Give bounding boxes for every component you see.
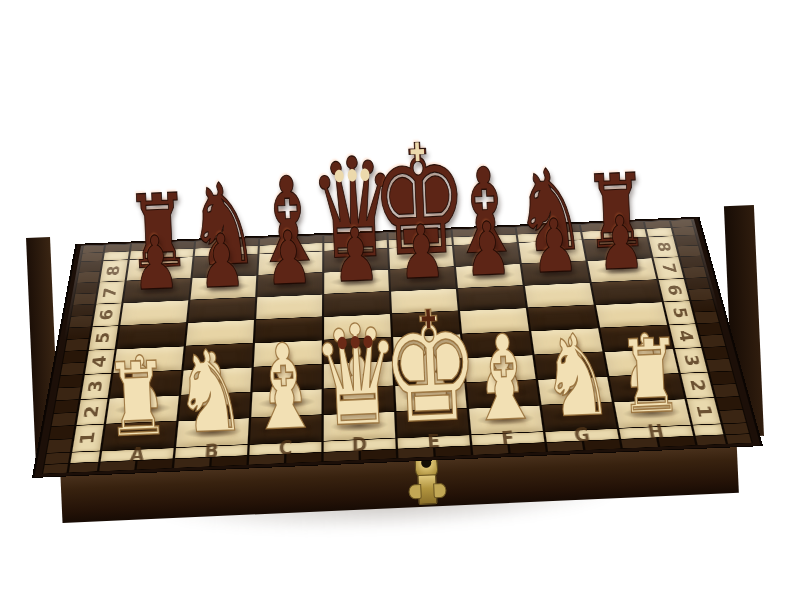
square-e4[interactable] xyxy=(392,334,463,361)
square-b6[interactable] xyxy=(187,297,256,323)
square-a6[interactable] xyxy=(119,300,189,326)
square-c5[interactable] xyxy=(254,317,323,343)
coordinate-label: 6 xyxy=(664,284,684,296)
piece-contact-shadow xyxy=(463,270,516,282)
square-d3[interactable] xyxy=(323,361,394,389)
piece-contact-shadow xyxy=(396,251,447,262)
square-g7[interactable] xyxy=(521,261,591,286)
coordinate-label: 8 xyxy=(654,241,673,252)
rank-label-left-1: 1 xyxy=(71,424,105,452)
square-e5[interactable] xyxy=(391,311,461,337)
square-a4[interactable] xyxy=(112,346,185,373)
frame-edge-cell xyxy=(694,435,727,446)
square-h2[interactable] xyxy=(608,373,685,402)
square-e8[interactable] xyxy=(388,245,455,269)
rank-label-left-3: 3 xyxy=(80,373,113,399)
square-e7[interactable] xyxy=(389,267,457,292)
square-h7[interactable] xyxy=(587,258,658,283)
coordinate-label: 3 xyxy=(86,380,106,393)
frame-edge-cell xyxy=(322,449,397,462)
frame-edge-cell xyxy=(68,462,100,473)
square-c2[interactable] xyxy=(250,389,323,418)
square-f8[interactable] xyxy=(453,243,521,267)
square-e3[interactable] xyxy=(393,358,465,386)
square-h4[interactable] xyxy=(599,325,674,352)
piece-contact-shadow xyxy=(331,419,388,433)
square-g3[interactable] xyxy=(533,352,608,380)
square-b7[interactable] xyxy=(189,275,257,300)
coordinate-label: 6 xyxy=(98,309,117,321)
piece-contact-shadow xyxy=(200,260,251,271)
rank-label-left-8: 8 xyxy=(99,260,129,282)
square-a5[interactable] xyxy=(116,323,187,349)
frame-edge-cell xyxy=(709,371,740,397)
frame-edge-cell xyxy=(248,452,323,465)
square-b2[interactable] xyxy=(177,392,251,421)
piece-contact-shadow xyxy=(526,246,578,257)
square-h3[interactable] xyxy=(604,349,680,377)
square-f7[interactable] xyxy=(455,264,524,289)
piece-contact-shadow xyxy=(331,254,382,265)
piece-contact-shadow xyxy=(184,425,242,439)
piece-contact-shadow xyxy=(114,402,171,415)
piece-contact-shadow xyxy=(404,416,462,430)
square-d8[interactable] xyxy=(323,248,389,272)
square-d5[interactable] xyxy=(323,314,392,340)
rank-label-left-5: 5 xyxy=(88,326,119,351)
square-g6[interactable] xyxy=(524,282,595,307)
square-h5[interactable] xyxy=(595,302,668,328)
coordinate-label: 7 xyxy=(659,262,678,273)
coordinate-label: 2 xyxy=(687,379,708,392)
piece-contact-shadow xyxy=(550,409,609,423)
coordinate-label: 3 xyxy=(681,354,702,367)
piece-contact-shadow xyxy=(110,428,168,442)
square-d4[interactable] xyxy=(323,337,393,364)
square-d6[interactable] xyxy=(323,291,391,316)
piece-contact-shadow xyxy=(131,284,184,296)
piece-contact-shadow xyxy=(618,380,676,393)
piece-contact-shadow xyxy=(197,281,249,293)
square-c7[interactable] xyxy=(256,272,323,297)
square-c4[interactable] xyxy=(253,340,323,367)
square-g5[interactable] xyxy=(527,305,599,331)
piece-contact-shadow xyxy=(461,249,513,260)
square-b3[interactable] xyxy=(180,367,253,395)
rank-label-left-6: 6 xyxy=(92,303,123,327)
frame-edge-cell xyxy=(685,277,714,300)
frame-edge-cell xyxy=(715,396,747,423)
coordinate-label: 1 xyxy=(693,404,714,418)
square-a3[interactable] xyxy=(109,370,183,398)
chess-set: ABCDEFGH8877665544332211ABCDEFGH xyxy=(80,25,704,600)
frame-edge-cell xyxy=(679,256,708,279)
piece-contact-shadow xyxy=(595,264,648,275)
piece-contact-shadow xyxy=(134,263,186,274)
frame-edge-cell xyxy=(471,443,547,456)
square-c6[interactable] xyxy=(255,294,323,320)
square-h8[interactable] xyxy=(583,237,653,261)
chess-board-grid: ABCDEFGH8877665544332211ABCDEFGH xyxy=(32,217,763,478)
piece-contact-shadow xyxy=(591,243,644,254)
square-d2[interactable] xyxy=(323,386,396,415)
coordinate-label: 8 xyxy=(105,265,123,276)
square-f2[interactable] xyxy=(466,380,541,409)
coordinate-label: 1 xyxy=(78,431,98,445)
frame-edge-cell xyxy=(702,346,733,372)
piece-contact-shadow xyxy=(477,412,535,426)
scene-photo: ABCDEFGH8877665544332211ABCDEFGH ♜♞♝♛●●●… xyxy=(0,0,800,600)
square-d7[interactable] xyxy=(323,269,390,294)
frame-edge-cell xyxy=(42,463,69,474)
square-e6[interactable] xyxy=(390,288,459,313)
piece-contact-shadow xyxy=(259,396,315,409)
square-f4[interactable] xyxy=(461,331,533,358)
piece-contact-shadow xyxy=(331,276,383,288)
rank-label-left-2: 2 xyxy=(75,398,108,425)
piece-contact-shadow xyxy=(546,384,604,397)
rank-label-left-7: 7 xyxy=(95,281,125,304)
piece-contact-shadow xyxy=(186,399,243,412)
piece-contact-shadow xyxy=(623,406,682,420)
square-c8[interactable] xyxy=(257,251,323,275)
frame-edge-cell xyxy=(620,436,697,449)
rank-label-left-4: 4 xyxy=(84,349,116,374)
square-f3[interactable] xyxy=(463,355,537,383)
square-h6[interactable] xyxy=(591,280,663,305)
square-f5[interactable] xyxy=(459,308,530,334)
frame-edge-cell xyxy=(173,456,248,469)
square-g2[interactable] xyxy=(537,376,613,405)
piece-contact-shadow xyxy=(331,393,387,406)
frame-edge-cell xyxy=(696,323,726,348)
piece-contact-shadow xyxy=(402,390,459,403)
piece-contact-shadow xyxy=(264,278,316,290)
piece-contact-shadow xyxy=(529,267,582,278)
frame-edge-cell xyxy=(690,300,720,324)
frame-edge-cell xyxy=(725,434,753,445)
coordinate-label: 4 xyxy=(90,355,109,368)
frame-edge-cell xyxy=(397,446,472,459)
frame-edge-cell xyxy=(546,439,622,452)
coordinate-label: 5 xyxy=(94,332,113,344)
coordinate-label: 2 xyxy=(82,405,102,418)
square-g4[interactable] xyxy=(530,328,604,355)
square-c3[interactable] xyxy=(251,364,322,392)
square-b5[interactable] xyxy=(185,320,255,346)
frame-edge-cell xyxy=(98,459,174,472)
square-f6[interactable] xyxy=(457,285,527,310)
square-b8[interactable] xyxy=(192,254,259,278)
coordinate-label: 4 xyxy=(675,330,695,342)
square-b4[interactable] xyxy=(182,343,253,370)
square-g8[interactable] xyxy=(518,240,587,264)
square-a2[interactable] xyxy=(105,395,180,424)
piece-contact-shadow xyxy=(265,257,316,268)
frame-edge-cell xyxy=(674,235,702,257)
square-a7[interactable] xyxy=(122,278,191,303)
coordinate-label: 7 xyxy=(101,287,119,298)
coordinate-label: 5 xyxy=(669,307,689,319)
square-a8[interactable] xyxy=(126,257,194,281)
piece-contact-shadow xyxy=(257,422,314,436)
piece-contact-shadow xyxy=(474,387,531,400)
board-surface: ABCDEFGH8877665544332211ABCDEFGH xyxy=(32,217,763,478)
square-e2[interactable] xyxy=(394,383,468,412)
piece-contact-shadow xyxy=(397,273,449,285)
